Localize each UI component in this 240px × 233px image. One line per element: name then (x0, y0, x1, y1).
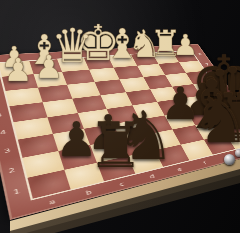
black-queen: ♛ (198, 58, 240, 136)
white-pawn: ♟ (35, 51, 64, 83)
black-knight: ♞ (115, 103, 175, 170)
white-queen: ♛ (51, 23, 93, 70)
black-rook: ♜ (214, 84, 240, 147)
white-bishop: ♝ (26, 30, 63, 71)
white-rook: ♜ (150, 26, 182, 62)
black-bishop: ♝ (181, 71, 240, 139)
white-knight: ♞ (128, 25, 162, 63)
black-pawn: ♟ (183, 77, 223, 122)
white-pawn: ♟ (4, 54, 33, 86)
black-pawn: ♟ (87, 109, 130, 157)
pieces-layer: ♟♝♛♚♝♞♜♟♟♟♟♟♟♚♟♟♝♛♜♞♞♜ (0, 0, 240, 233)
white-pawn: ♟ (1, 43, 27, 72)
white-pawn: ♟ (173, 30, 199, 59)
black-knight: ♞ (191, 86, 240, 153)
white-king: ♚ (76, 19, 120, 68)
white-bishop: ♝ (104, 24, 141, 65)
black-king: ♚ (190, 46, 240, 122)
black-pawn: ♟ (197, 64, 234, 105)
black-pawn: ♟ (55, 116, 98, 164)
black-pawn: ♟ (160, 81, 200, 126)
black-rook: ♜ (87, 114, 143, 177)
product-photo-scene: 8877665544332211abcdefgh ♟♝♛♚♝♞♜♟♟♟♟♟♟♚♟… (0, 0, 240, 233)
